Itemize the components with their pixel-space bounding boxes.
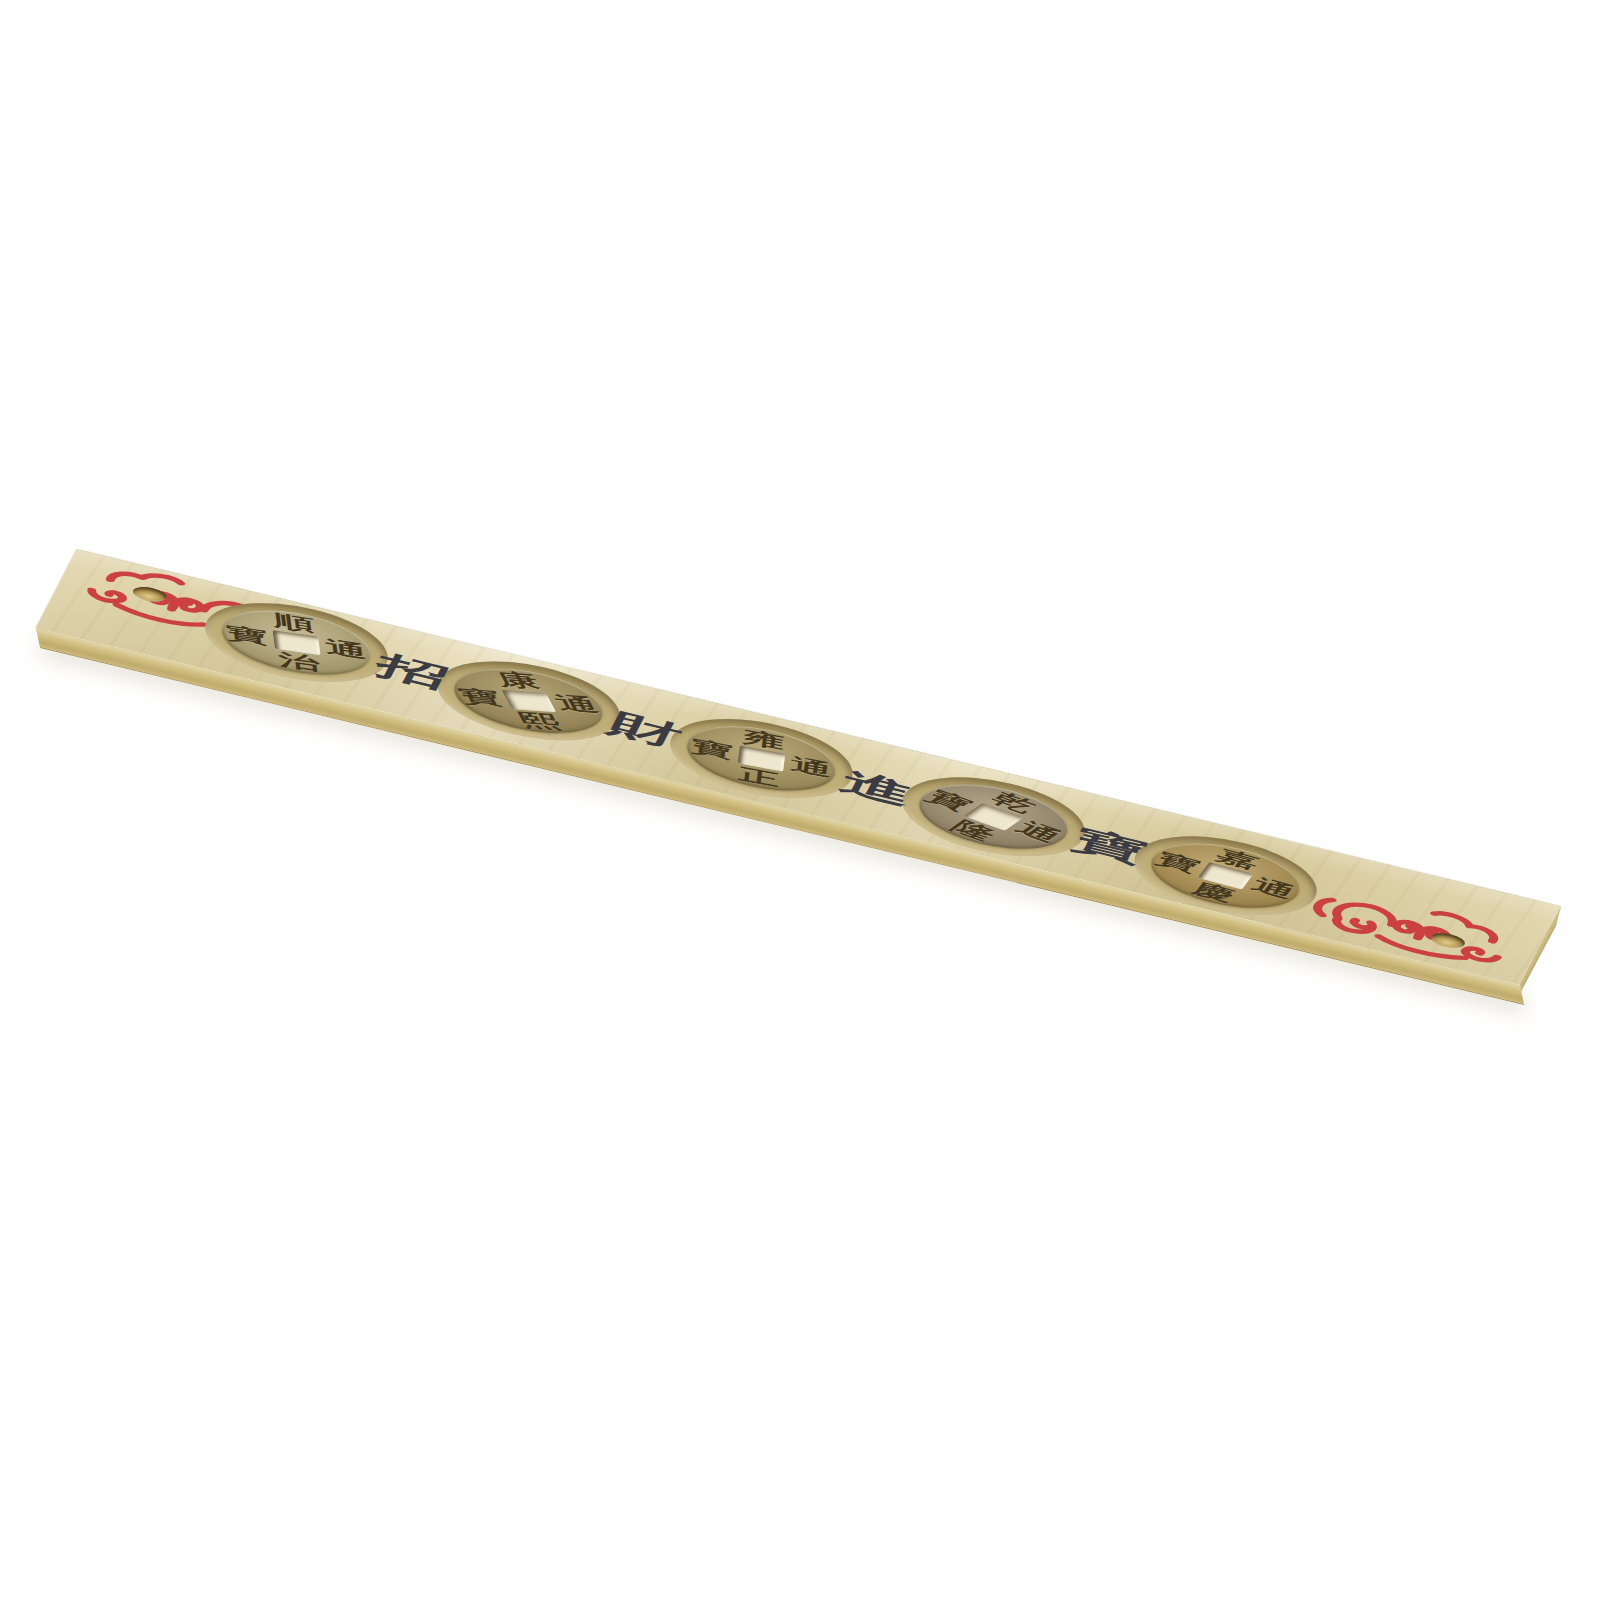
coin-char-left: 寶 (456, 687, 506, 708)
plate-character-zhao: 招 (371, 650, 454, 693)
coin-square-hole (501, 690, 556, 713)
coin-char-right: 通 (789, 756, 833, 780)
coin-char-left: 寶 (1152, 850, 1203, 875)
coin-char-right: 通 (324, 638, 368, 661)
plate-character-bao: 寶 (1068, 825, 1151, 868)
coin-char-right: 通 (1011, 820, 1066, 845)
coin-char-left: 寶 (225, 624, 269, 647)
coin-char-bottom: 熙 (515, 711, 565, 732)
coin-char-right: 通 (552, 694, 602, 715)
plate-character-cai: 財 (603, 708, 686, 751)
coin-char-left: 寶 (690, 737, 734, 761)
product-photo-scene: 順 治 通 寶 康 熙 通 寶 (0, 0, 1600, 1600)
plate-front-edge-face (36, 628, 1524, 1005)
coin-char-left: 寶 (921, 788, 976, 813)
coin-char-right: 通 (1248, 876, 1299, 901)
plate-character-jin: 進 (836, 767, 919, 810)
plate-top-face: 順 治 通 寶 康 熙 通 寶 (36, 549, 1561, 986)
coin-char-top: 康 (493, 670, 543, 691)
